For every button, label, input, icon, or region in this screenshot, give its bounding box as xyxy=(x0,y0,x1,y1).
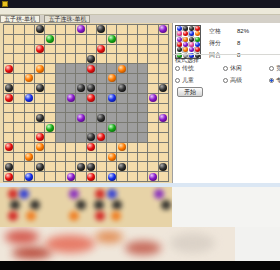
board-cell[interactable] xyxy=(45,104,54,113)
board-cell[interactable] xyxy=(14,45,23,54)
board-cell[interactable] xyxy=(138,54,147,63)
board-cell[interactable] xyxy=(66,143,75,152)
mode-radio-5[interactable]: 高级 xyxy=(223,76,242,85)
board-cell[interactable] xyxy=(25,172,34,181)
board-cell[interactable] xyxy=(4,54,13,63)
board-cell[interactable] xyxy=(35,94,44,103)
ball-black[interactable] xyxy=(36,25,44,33)
board-cell[interactable] xyxy=(4,104,13,113)
board-cell[interactable] xyxy=(148,25,157,34)
ball-orange[interactable] xyxy=(108,74,116,82)
board-cell[interactable] xyxy=(128,172,137,181)
board-cell[interactable] xyxy=(87,64,96,73)
board-cell[interactable] xyxy=(138,64,147,73)
ball-black[interactable] xyxy=(87,84,95,92)
board-cell[interactable] xyxy=(45,64,54,73)
board-cell[interactable] xyxy=(4,35,13,44)
ball-black[interactable] xyxy=(87,163,95,171)
board-cell[interactable] xyxy=(25,45,34,54)
board-cell[interactable] xyxy=(66,104,75,113)
board-cell[interactable] xyxy=(66,84,75,93)
board-cell[interactable] xyxy=(107,54,116,63)
board-cell[interactable] xyxy=(45,123,54,132)
board-cell[interactable] xyxy=(56,104,65,113)
board-cell[interactable] xyxy=(87,94,96,103)
ball-black[interactable] xyxy=(118,163,126,171)
board-cell[interactable] xyxy=(35,45,44,54)
board-cell[interactable] xyxy=(117,143,126,152)
board-cell[interactable] xyxy=(4,45,13,54)
board-cell[interactable] xyxy=(87,104,96,113)
board-cell[interactable] xyxy=(25,64,34,73)
board-cell[interactable] xyxy=(138,74,147,83)
ball-green[interactable] xyxy=(46,35,54,43)
board-cell[interactable] xyxy=(97,84,106,93)
board-cell[interactable] xyxy=(107,84,116,93)
board-cell[interactable] xyxy=(14,54,23,63)
board-cell[interactable] xyxy=(128,74,137,83)
board-cell[interactable] xyxy=(117,64,126,73)
board-cell[interactable] xyxy=(117,74,126,83)
board-cell[interactable] xyxy=(25,153,34,162)
board-cell[interactable] xyxy=(76,64,85,73)
board-cell[interactable] xyxy=(128,143,137,152)
board-cell[interactable] xyxy=(35,25,44,34)
board-cell[interactable] xyxy=(45,153,54,162)
board-cell[interactable] xyxy=(107,64,116,73)
board-cell[interactable] xyxy=(97,94,106,103)
board-cell[interactable] xyxy=(138,123,147,132)
board-cell[interactable] xyxy=(117,45,126,54)
board-cell[interactable] xyxy=(138,113,147,122)
board-cell[interactable] xyxy=(87,113,96,122)
ball-purple[interactable] xyxy=(159,114,167,122)
board-cell[interactable] xyxy=(35,172,44,181)
mode-radio-6[interactable]: 专业 xyxy=(269,76,280,85)
board-cell[interactable] xyxy=(148,172,157,181)
board-cell[interactable] xyxy=(159,35,168,44)
board-cell[interactable] xyxy=(138,104,147,113)
board-cell[interactable] xyxy=(148,143,157,152)
board-cell[interactable] xyxy=(117,162,126,171)
board-cell[interactable] xyxy=(66,25,75,34)
board-cell[interactable] xyxy=(159,54,168,63)
board-cell[interactable] xyxy=(117,113,126,122)
ball-black[interactable] xyxy=(36,163,44,171)
board-cell[interactable] xyxy=(56,143,65,152)
ball-black[interactable] xyxy=(87,55,95,63)
board-cell[interactable] xyxy=(107,25,116,34)
board-cell[interactable] xyxy=(4,74,13,83)
board-cell[interactable] xyxy=(14,143,23,152)
board-cell[interactable] xyxy=(76,45,85,54)
ball-red[interactable] xyxy=(5,94,13,102)
board-cell[interactable] xyxy=(128,54,137,63)
board-cell[interactable] xyxy=(4,64,13,73)
radio-icon[interactable] xyxy=(175,66,180,71)
board-cell[interactable] xyxy=(138,25,147,34)
ball-black[interactable] xyxy=(87,133,95,141)
board-cell[interactable] xyxy=(107,74,116,83)
board-cell[interactable] xyxy=(66,133,75,142)
board-cell[interactable] xyxy=(76,162,85,171)
ball-red[interactable] xyxy=(36,133,44,141)
mode-radio-1[interactable]: 传统 xyxy=(175,64,194,73)
board-cell[interactable] xyxy=(45,113,54,122)
ball-purple[interactable] xyxy=(77,25,85,33)
board-cell[interactable] xyxy=(4,153,13,162)
board-cell[interactable] xyxy=(56,84,65,93)
board-cell[interactable] xyxy=(117,35,126,44)
board-cell[interactable] xyxy=(148,64,157,73)
board-cell[interactable] xyxy=(148,74,157,83)
board-cell[interactable] xyxy=(66,35,75,44)
board-cell[interactable] xyxy=(97,35,106,44)
board-cell[interactable] xyxy=(128,162,137,171)
board-cell[interactable] xyxy=(35,64,44,73)
board-cell[interactable] xyxy=(35,104,44,113)
ball-black[interactable] xyxy=(77,84,85,92)
board-cell[interactable] xyxy=(14,84,23,93)
board-cell[interactable] xyxy=(35,143,44,152)
ball-green[interactable] xyxy=(46,124,54,132)
board-cell[interactable] xyxy=(25,94,34,103)
board-cell[interactable] xyxy=(45,54,54,63)
board-cell[interactable] xyxy=(97,162,106,171)
board-cell[interactable] xyxy=(128,133,137,142)
board-cell[interactable] xyxy=(87,35,96,44)
ball-red[interactable] xyxy=(87,65,95,73)
board-cell[interactable] xyxy=(97,74,106,83)
board-cell[interactable] xyxy=(97,113,106,122)
board-cell[interactable] xyxy=(87,143,96,152)
board-cell[interactable] xyxy=(25,162,34,171)
board-cell[interactable] xyxy=(45,74,54,83)
board-cell[interactable] xyxy=(159,172,168,181)
board-cell[interactable] xyxy=(66,54,75,63)
ball-blue[interactable] xyxy=(108,173,116,181)
ball-blue[interactable] xyxy=(25,94,33,102)
board-cell[interactable] xyxy=(159,84,168,93)
board-cell[interactable] xyxy=(76,74,85,83)
board-cell[interactable] xyxy=(128,64,137,73)
ball-red[interactable] xyxy=(87,143,95,151)
board-cell[interactable] xyxy=(159,74,168,83)
board-cell[interactable] xyxy=(56,162,65,171)
board-cell[interactable] xyxy=(128,25,137,34)
board-cell[interactable] xyxy=(107,94,116,103)
board-cell[interactable] xyxy=(4,113,13,122)
mode-radio-3[interactable]: 竞技 xyxy=(269,64,280,73)
board-cell[interactable] xyxy=(45,133,54,142)
board-cell[interactable] xyxy=(56,45,65,54)
board-cell[interactable] xyxy=(45,94,54,103)
board-cell[interactable] xyxy=(4,94,13,103)
board-cell[interactable] xyxy=(35,153,44,162)
radio-icon[interactable] xyxy=(175,78,180,83)
board-cell[interactable] xyxy=(4,133,13,142)
board-cell[interactable] xyxy=(107,104,116,113)
board-cell[interactable] xyxy=(97,45,106,54)
board-cell[interactable] xyxy=(66,94,75,103)
board-cell[interactable] xyxy=(97,123,106,132)
ball-purple[interactable] xyxy=(67,173,75,181)
board-cell[interactable] xyxy=(97,54,106,63)
ball-purple[interactable] xyxy=(77,114,85,122)
board-cell[interactable] xyxy=(159,133,168,142)
board-cell[interactable] xyxy=(66,162,75,171)
board-cell[interactable] xyxy=(107,162,116,171)
board-cell[interactable] xyxy=(148,94,157,103)
board-cell[interactable] xyxy=(138,45,147,54)
ball-red[interactable] xyxy=(87,173,95,181)
board-cell[interactable] xyxy=(76,84,85,93)
board-cell[interactable] xyxy=(56,35,65,44)
ball-purple[interactable] xyxy=(149,173,157,181)
board-cell[interactable] xyxy=(148,133,157,142)
board-cell[interactable] xyxy=(97,172,106,181)
board-cell[interactable] xyxy=(76,113,85,122)
ball-black[interactable] xyxy=(36,114,44,122)
board-cell[interactable] xyxy=(159,64,168,73)
board-cell[interactable] xyxy=(148,113,157,122)
board-cell[interactable] xyxy=(14,25,23,34)
board-cell[interactable] xyxy=(45,45,54,54)
board-cell[interactable] xyxy=(159,113,168,122)
ball-black[interactable] xyxy=(36,84,44,92)
board-cell[interactable] xyxy=(4,172,13,181)
board-cell[interactable] xyxy=(25,113,34,122)
board-cell[interactable] xyxy=(128,94,137,103)
board-cell[interactable] xyxy=(138,35,147,44)
board-cell[interactable] xyxy=(97,143,106,152)
board-cell[interactable] xyxy=(117,84,126,93)
board-cell[interactable] xyxy=(117,172,126,181)
ball-red[interactable] xyxy=(5,143,13,151)
start-button[interactable]: 开始 xyxy=(177,87,203,97)
ball-orange[interactable] xyxy=(25,74,33,82)
board-cell[interactable] xyxy=(56,172,65,181)
board-cell[interactable] xyxy=(4,162,13,171)
board-cell[interactable] xyxy=(97,25,106,34)
board-cell[interactable] xyxy=(138,84,147,93)
ball-purple[interactable] xyxy=(149,94,157,102)
ball-orange[interactable] xyxy=(108,153,116,161)
board-cell[interactable] xyxy=(159,45,168,54)
board-cell[interactable] xyxy=(25,35,34,44)
board-cell[interactable] xyxy=(4,25,13,34)
board-cell[interactable] xyxy=(87,123,96,132)
board-cell[interactable] xyxy=(128,104,137,113)
ball-blue[interactable] xyxy=(25,173,33,181)
board-cell[interactable] xyxy=(117,94,126,103)
board-cell[interactable] xyxy=(138,143,147,152)
board-cell[interactable] xyxy=(87,133,96,142)
board-cell[interactable] xyxy=(35,84,44,93)
radio-icon[interactable] xyxy=(223,78,228,83)
board-cell[interactable] xyxy=(76,104,85,113)
board-cell[interactable] xyxy=(56,74,65,83)
board-cell[interactable] xyxy=(66,74,75,83)
board-cell[interactable] xyxy=(76,25,85,34)
board-cell[interactable] xyxy=(35,74,44,83)
board-cell[interactable] xyxy=(35,35,44,44)
board-cell[interactable] xyxy=(76,172,85,181)
board-cell[interactable] xyxy=(117,153,126,162)
game-board[interactable] xyxy=(3,24,169,182)
board-cell[interactable] xyxy=(76,123,85,132)
board-cell[interactable] xyxy=(25,143,34,152)
board-cell[interactable] xyxy=(107,172,116,181)
board-cell[interactable] xyxy=(107,153,116,162)
board-cell[interactable] xyxy=(128,84,137,93)
board-cell[interactable] xyxy=(56,54,65,63)
board-cell[interactable] xyxy=(45,84,54,93)
board-cell[interactable] xyxy=(107,35,116,44)
board-cell[interactable] xyxy=(66,172,75,181)
ball-green[interactable] xyxy=(108,35,116,43)
ball-orange[interactable] xyxy=(118,65,126,73)
board-cell[interactable] xyxy=(138,153,147,162)
ball-orange[interactable] xyxy=(25,153,33,161)
board-cell[interactable] xyxy=(138,133,147,142)
board-cell[interactable] xyxy=(45,172,54,181)
board-cell[interactable] xyxy=(56,133,65,142)
board-cell[interactable] xyxy=(14,94,23,103)
board-cell[interactable] xyxy=(45,162,54,171)
board-cell[interactable] xyxy=(159,104,168,113)
board-cell[interactable] xyxy=(35,54,44,63)
board-cell[interactable] xyxy=(159,123,168,132)
ball-black[interactable] xyxy=(5,84,13,92)
board-cell[interactable] xyxy=(45,25,54,34)
ball-black[interactable] xyxy=(77,163,85,171)
board-cell[interactable] xyxy=(128,35,137,44)
board-cell[interactable] xyxy=(4,143,13,152)
board-cell[interactable] xyxy=(45,35,54,44)
board-cell[interactable] xyxy=(66,45,75,54)
board-cell[interactable] xyxy=(14,162,23,171)
board-cell[interactable] xyxy=(87,74,96,83)
ball-black[interactable] xyxy=(5,163,13,171)
board-cell[interactable] xyxy=(87,153,96,162)
board-cell[interactable] xyxy=(45,143,54,152)
board-cell[interactable] xyxy=(25,133,34,142)
board-cell[interactable] xyxy=(97,153,106,162)
board-cell[interactable] xyxy=(138,162,147,171)
board-cell[interactable] xyxy=(14,35,23,44)
ball-black[interactable] xyxy=(97,25,105,33)
board-cell[interactable] xyxy=(66,113,75,122)
board-cell[interactable] xyxy=(35,123,44,132)
board-cell[interactable] xyxy=(107,45,116,54)
tab-single-player[interactable]: 五子棋-单机 xyxy=(0,15,40,23)
board-cell[interactable] xyxy=(97,133,106,142)
board-cell[interactable] xyxy=(14,113,23,122)
board-cell[interactable] xyxy=(159,143,168,152)
board-cell[interactable] xyxy=(66,153,75,162)
radio-icon[interactable] xyxy=(269,66,274,71)
board-cell[interactable] xyxy=(148,123,157,132)
board-cell[interactable] xyxy=(66,64,75,73)
board-cell[interactable] xyxy=(66,123,75,132)
board-cell[interactable] xyxy=(56,64,65,73)
board-cell[interactable] xyxy=(14,153,23,162)
board-cell[interactable] xyxy=(87,84,96,93)
board-cell[interactable] xyxy=(14,133,23,142)
board-cell[interactable] xyxy=(56,94,65,103)
board-cell[interactable] xyxy=(159,153,168,162)
ball-red[interactable] xyxy=(97,45,105,53)
mode-radio-4[interactable]: 儿童 xyxy=(175,76,194,85)
board-cell[interactable] xyxy=(4,123,13,132)
ball-red[interactable] xyxy=(5,65,13,73)
board-cell[interactable] xyxy=(128,113,137,122)
ball-black[interactable] xyxy=(159,84,167,92)
board-cell[interactable] xyxy=(148,162,157,171)
board-cell[interactable] xyxy=(25,84,34,93)
board-cell[interactable] xyxy=(148,153,157,162)
ball-black[interactable] xyxy=(159,163,167,171)
mode-radio-2[interactable]: 休闲 xyxy=(223,64,242,73)
board-cell[interactable] xyxy=(107,123,116,132)
board-cell[interactable] xyxy=(159,162,168,171)
board-cell[interactable] xyxy=(25,104,34,113)
ball-black[interactable] xyxy=(97,114,105,122)
board-cell[interactable] xyxy=(14,123,23,132)
board-cell[interactable] xyxy=(148,54,157,63)
tab-lines-mode[interactable]: 五子连珠-单机 xyxy=(44,15,90,23)
board-cell[interactable] xyxy=(107,143,116,152)
board-cell[interactable] xyxy=(117,25,126,34)
board-cell[interactable] xyxy=(128,153,137,162)
board-cell[interactable] xyxy=(117,104,126,113)
board-cell[interactable] xyxy=(138,94,147,103)
board-cell[interactable] xyxy=(117,123,126,132)
board-cell[interactable] xyxy=(117,133,126,142)
board-cell[interactable] xyxy=(56,113,65,122)
ball-orange[interactable] xyxy=(36,143,44,151)
board-cell[interactable] xyxy=(25,74,34,83)
ball-red[interactable] xyxy=(97,133,105,141)
radio-selected-icon[interactable] xyxy=(269,78,274,83)
ball-red[interactable] xyxy=(5,173,13,181)
board-cell[interactable] xyxy=(128,45,137,54)
board-cell[interactable] xyxy=(14,64,23,73)
board-cell[interactable] xyxy=(87,162,96,171)
board-cell[interactable] xyxy=(35,133,44,142)
board-cell[interactable] xyxy=(35,162,44,171)
board-cell[interactable] xyxy=(56,123,65,132)
board-cell[interactable] xyxy=(148,35,157,44)
board-cell[interactable] xyxy=(107,133,116,142)
board-cell[interactable] xyxy=(25,123,34,132)
board-cell[interactable] xyxy=(138,172,147,181)
board-cell[interactable] xyxy=(76,35,85,44)
ball-purple[interactable] xyxy=(159,25,167,33)
board-cell[interactable] xyxy=(76,54,85,63)
board-cell[interactable] xyxy=(76,133,85,142)
board-cell[interactable] xyxy=(76,153,85,162)
ball-orange[interactable] xyxy=(118,143,126,151)
board-cell[interactable] xyxy=(97,104,106,113)
board-cell[interactable] xyxy=(35,113,44,122)
board-cell[interactable] xyxy=(87,25,96,34)
board-cell[interactable] xyxy=(128,123,137,132)
board-cell[interactable] xyxy=(14,74,23,83)
board-cell[interactable] xyxy=(148,45,157,54)
board-cell[interactable] xyxy=(4,84,13,93)
